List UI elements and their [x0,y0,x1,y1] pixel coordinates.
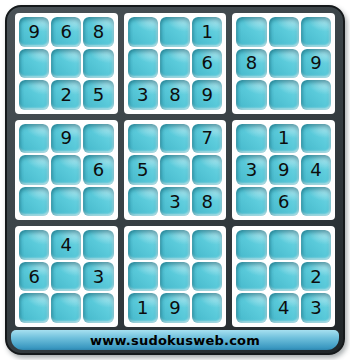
site-url: www.sudokusweb.com [90,333,260,348]
cell-r8c3[interactable]: 3 [83,262,113,292]
cell-r7c9[interactable] [301,230,331,260]
cell-r1c9[interactable] [301,17,331,47]
cell-r7c2[interactable]: 4 [51,230,81,260]
box-r1c2: 16389 [124,13,227,114]
cell-r4c2[interactable]: 9 [51,124,81,154]
sudoku-page: 9682516389899675381394646319243 www.sudo… [0,0,350,360]
cell-r9c9[interactable]: 3 [301,293,331,323]
cell-r4c1[interactable] [19,124,49,154]
cell-r5c5[interactable] [160,155,190,185]
box-r3c2: 19 [124,226,227,327]
cell-r3c6[interactable]: 9 [192,80,222,110]
cell-r4c3[interactable] [83,124,113,154]
cell-r4c8[interactable]: 1 [269,124,299,154]
cell-r3c7[interactable] [236,80,266,110]
cell-r7c3[interactable] [83,230,113,260]
cell-r8c5[interactable] [160,262,190,292]
footer-band: www.sudokusweb.com [11,330,339,350]
cell-r3c3[interactable]: 5 [83,80,113,110]
cell-r7c4[interactable] [128,230,158,260]
cell-r9c1[interactable] [19,293,49,323]
cell-r8c7[interactable] [236,262,266,292]
cell-r4c6[interactable]: 7 [192,124,222,154]
cell-r7c6[interactable] [192,230,222,260]
cell-r3c2[interactable]: 2 [51,80,81,110]
cell-r5c2[interactable] [51,155,81,185]
cell-r5c8[interactable]: 9 [269,155,299,185]
cell-r6c7[interactable] [236,187,266,217]
cell-r5c3[interactable]: 6 [83,155,113,185]
cell-r6c5[interactable]: 3 [160,187,190,217]
box-r1c1: 96825 [15,13,118,114]
cell-r2c9[interactable]: 9 [301,49,331,79]
cell-r3c4[interactable]: 3 [128,80,158,110]
box-r3c1: 463 [15,226,118,327]
cell-r9c7[interactable] [236,293,266,323]
cell-r5c7[interactable]: 3 [236,155,266,185]
cell-r1c4[interactable] [128,17,158,47]
cell-r2c7[interactable]: 8 [236,49,266,79]
cell-r7c5[interactable] [160,230,190,260]
cell-r3c1[interactable] [19,80,49,110]
cell-r9c5[interactable]: 9 [160,293,190,323]
cell-r6c2[interactable] [51,187,81,217]
cell-r5c9[interactable]: 4 [301,155,331,185]
cell-r1c2[interactable]: 6 [51,17,81,47]
cell-r2c1[interactable] [19,49,49,79]
cell-r2c6[interactable]: 6 [192,49,222,79]
cell-r5c1[interactable] [19,155,49,185]
cell-r8c2[interactable] [51,262,81,292]
box-r2c2: 7538 [124,120,227,221]
cell-r3c8[interactable] [269,80,299,110]
cell-r6c6[interactable]: 8 [192,187,222,217]
cell-r8c4[interactable] [128,262,158,292]
cell-r1c1[interactable]: 9 [19,17,49,47]
cell-r3c5[interactable]: 8 [160,80,190,110]
cell-r8c6[interactable] [192,262,222,292]
cell-r2c2[interactable] [51,49,81,79]
cell-r9c4[interactable]: 1 [128,293,158,323]
cell-r4c9[interactable] [301,124,331,154]
cell-r2c4[interactable] [128,49,158,79]
cell-r9c2[interactable] [51,293,81,323]
cell-r6c4[interactable] [128,187,158,217]
cell-r6c9[interactable] [301,187,331,217]
cell-r2c3[interactable] [83,49,113,79]
cell-r8c1[interactable]: 6 [19,262,49,292]
box-r1c3: 89 [232,13,335,114]
cell-r1c5[interactable] [160,17,190,47]
cell-r4c4[interactable] [128,124,158,154]
cell-r4c5[interactable] [160,124,190,154]
board-frame: 9682516389899675381394646319243 www.sudo… [5,5,345,355]
cell-r8c8[interactable] [269,262,299,292]
box-r3c3: 243 [232,226,335,327]
cell-r7c7[interactable] [236,230,266,260]
cell-r7c8[interactable] [269,230,299,260]
cell-r3c9[interactable] [301,80,331,110]
cell-r1c8[interactable] [269,17,299,47]
cell-r2c8[interactable] [269,49,299,79]
sudoku-board: 9682516389899675381394646319243 [15,13,335,327]
box-r2c3: 13946 [232,120,335,221]
cell-r6c1[interactable] [19,187,49,217]
cell-r5c6[interactable] [192,155,222,185]
cell-r9c8[interactable]: 4 [269,293,299,323]
cell-r6c8[interactable]: 6 [269,187,299,217]
cell-r6c3[interactable] [83,187,113,217]
cell-r8c9[interactable]: 2 [301,262,331,292]
cell-r5c4[interactable]: 5 [128,155,158,185]
cell-r2c5[interactable] [160,49,190,79]
cell-r1c6[interactable]: 1 [192,17,222,47]
cell-r9c3[interactable] [83,293,113,323]
box-r2c1: 96 [15,120,118,221]
cell-r7c1[interactable] [19,230,49,260]
cell-r4c7[interactable] [236,124,266,154]
cell-r1c3[interactable]: 8 [83,17,113,47]
cell-r9c6[interactable] [192,293,222,323]
cell-r1c7[interactable] [236,17,266,47]
